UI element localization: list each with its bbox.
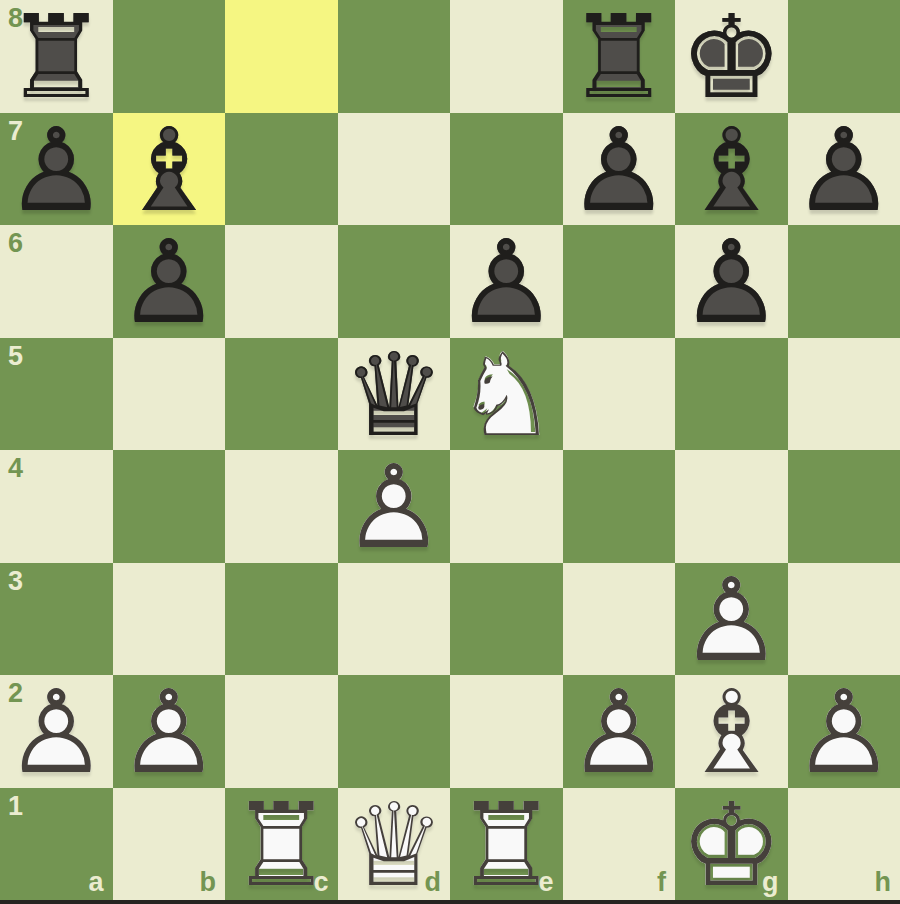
- square-e4[interactable]: [450, 450, 563, 563]
- file-label-b: b: [200, 867, 217, 898]
- rank-label-1: 1: [8, 791, 23, 822]
- white-pawn-outline: ♙: [563, 676, 676, 789]
- square-c3[interactable]: [225, 563, 338, 676]
- square-d4[interactable]: ♟♙: [338, 450, 451, 563]
- white-pawn-outline: ♙: [675, 564, 788, 677]
- piece-white-bishop[interactable]: ♝♗: [675, 675, 788, 788]
- white-pawn-outline: ♙: [0, 676, 113, 789]
- square-b7[interactable]: ♝♗: [113, 113, 226, 226]
- square-f2[interactable]: ♟♙: [563, 675, 676, 788]
- square-f4[interactable]: [563, 450, 676, 563]
- black-rook-outline: ♖: [0, 1, 113, 114]
- black-rook-outline: ♖: [563, 1, 676, 114]
- square-b3[interactable]: [113, 563, 226, 676]
- square-c7[interactable]: [225, 113, 338, 226]
- file-label-f: f: [657, 867, 666, 898]
- square-g2[interactable]: ♝♗: [675, 675, 788, 788]
- square-h5[interactable]: [788, 338, 900, 451]
- black-pawn-outline: ♙: [0, 114, 113, 227]
- square-b4[interactable]: [113, 450, 226, 563]
- piece-white-pawn[interactable]: ♟♙: [113, 675, 226, 788]
- white-pawn-outline: ♙: [113, 676, 226, 789]
- square-c6[interactable]: [225, 225, 338, 338]
- rank-label-3: 3: [8, 566, 23, 597]
- rank-label-6: 6: [8, 228, 23, 259]
- rank-label-5: 5: [8, 341, 23, 372]
- square-c4[interactable]: [225, 450, 338, 563]
- black-king-outline: ♔: [675, 1, 788, 114]
- piece-white-rook[interactable]: ♜♖: [450, 788, 563, 901]
- square-e7[interactable]: [450, 113, 563, 226]
- square-g6[interactable]: ♟♙: [675, 225, 788, 338]
- piece-black-pawn[interactable]: ♟♙: [450, 225, 563, 338]
- square-c1[interactable]: c♜♖: [225, 788, 338, 901]
- square-e5[interactable]: ♞♘: [450, 338, 563, 451]
- rank-label-4: 4: [8, 453, 23, 484]
- white-rook-outline: ♖: [225, 789, 338, 902]
- square-d1[interactable]: d♛♕: [338, 788, 451, 901]
- square-h4[interactable]: [788, 450, 900, 563]
- black-pawn-outline: ♙: [563, 114, 676, 227]
- square-c2[interactable]: [225, 675, 338, 788]
- square-h6[interactable]: [788, 225, 900, 338]
- square-e2[interactable]: [450, 675, 563, 788]
- square-b8[interactable]: [113, 0, 226, 113]
- piece-black-rook[interactable]: ♜♖: [0, 0, 113, 113]
- square-g1[interactable]: g♚♔: [675, 788, 788, 901]
- file-label-h: h: [875, 867, 892, 898]
- piece-black-pawn[interactable]: ♟♙: [0, 113, 113, 226]
- white-queen-outline: ♕: [338, 789, 451, 902]
- square-d7[interactable]: [338, 113, 451, 226]
- square-a1[interactable]: 1a: [0, 788, 113, 901]
- piece-white-queen[interactable]: ♛♕: [338, 788, 451, 901]
- square-g3[interactable]: ♟♙: [675, 563, 788, 676]
- square-e6[interactable]: ♟♙: [450, 225, 563, 338]
- black-pawn-outline: ♙: [788, 114, 900, 227]
- piece-black-bishop[interactable]: ♝♗: [675, 113, 788, 226]
- square-b5[interactable]: [113, 338, 226, 451]
- piece-black-queen[interactable]: ♛♕: [338, 338, 451, 451]
- square-c8[interactable]: [225, 0, 338, 113]
- white-king-outline: ♔: [675, 789, 788, 902]
- piece-black-bishop[interactable]: ♝♗: [113, 113, 226, 226]
- square-b1[interactable]: b: [113, 788, 226, 901]
- square-b2[interactable]: ♟♙: [113, 675, 226, 788]
- piece-white-pawn[interactable]: ♟♙: [0, 675, 113, 788]
- square-a6[interactable]: 6: [0, 225, 113, 338]
- square-f5[interactable]: [563, 338, 676, 451]
- square-a7[interactable]: 7♟♙: [0, 113, 113, 226]
- square-d8[interactable]: [338, 0, 451, 113]
- square-f8[interactable]: ♜♖: [563, 0, 676, 113]
- square-a2[interactable]: 2♟♙: [0, 675, 113, 788]
- square-d6[interactable]: [338, 225, 451, 338]
- square-d3[interactable]: [338, 563, 451, 676]
- square-a5[interactable]: 5: [0, 338, 113, 451]
- black-pawn-outline: ♙: [675, 226, 788, 339]
- square-d2[interactable]: [338, 675, 451, 788]
- black-bishop-outline: ♗: [675, 114, 788, 227]
- square-h7[interactable]: ♟♙: [788, 113, 900, 226]
- square-a8[interactable]: 8♜♖: [0, 0, 113, 113]
- square-a4[interactable]: 4: [0, 450, 113, 563]
- white-pawn-outline: ♙: [338, 451, 451, 564]
- black-queen-outline: ♕: [338, 339, 451, 452]
- square-e1[interactable]: e♜♖: [450, 788, 563, 901]
- square-f1[interactable]: f: [563, 788, 676, 901]
- square-g7[interactable]: ♝♗: [675, 113, 788, 226]
- black-bishop-outline: ♗: [113, 114, 226, 227]
- piece-white-king[interactable]: ♚♔: [675, 788, 788, 901]
- square-e3[interactable]: [450, 563, 563, 676]
- square-h2[interactable]: ♟♙: [788, 675, 900, 788]
- square-g5[interactable]: [675, 338, 788, 451]
- white-bishop-outline: ♗: [675, 676, 788, 789]
- square-c5[interactable]: [225, 338, 338, 451]
- piece-white-knight[interactable]: ♞♘: [450, 338, 563, 451]
- piece-white-pawn[interactable]: ♟♙: [788, 675, 900, 788]
- piece-white-pawn[interactable]: ♟♙: [338, 450, 451, 563]
- black-pawn-outline: ♙: [113, 226, 226, 339]
- square-h1[interactable]: h: [788, 788, 900, 901]
- file-label-a: a: [88, 867, 103, 898]
- white-rook-outline: ♖: [450, 789, 563, 902]
- piece-black-rook[interactable]: ♜♖: [563, 0, 676, 113]
- piece-white-pawn[interactable]: ♟♙: [675, 563, 788, 676]
- square-g8[interactable]: ♚♔: [675, 0, 788, 113]
- square-e8[interactable]: [450, 0, 563, 113]
- white-pawn-outline: ♙: [788, 676, 900, 789]
- white-knight-outline: ♘: [450, 339, 563, 452]
- piece-black-pawn[interactable]: ♟♙: [113, 225, 226, 338]
- square-d5[interactable]: ♛♕: [338, 338, 451, 451]
- piece-white-pawn[interactable]: ♟♙: [563, 675, 676, 788]
- chess-board: 8♜♖♜♖♚♔7♟♙♝♗♟♙♝♗♟♙6♟♙♟♙♟♙5♛♕♞♘4♟♙3♟♙2♟♙♟…: [0, 0, 900, 900]
- square-f7[interactable]: ♟♙: [563, 113, 676, 226]
- square-h3[interactable]: [788, 563, 900, 676]
- square-b6[interactable]: ♟♙: [113, 225, 226, 338]
- square-g4[interactable]: [675, 450, 788, 563]
- black-pawn-outline: ♙: [450, 226, 563, 339]
- piece-black-king[interactable]: ♚♔: [675, 0, 788, 113]
- piece-black-pawn[interactable]: ♟♙: [675, 225, 788, 338]
- square-f3[interactable]: [563, 563, 676, 676]
- piece-white-rook[interactable]: ♜♖: [225, 788, 338, 901]
- square-a3[interactable]: 3: [0, 563, 113, 676]
- square-f6[interactable]: [563, 225, 676, 338]
- piece-black-pawn[interactable]: ♟♙: [788, 113, 900, 226]
- square-h8[interactable]: [788, 0, 900, 113]
- piece-black-pawn[interactable]: ♟♙: [563, 113, 676, 226]
